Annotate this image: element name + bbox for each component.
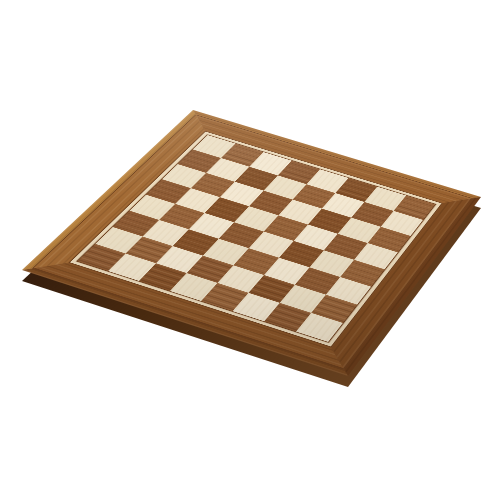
product-photo	[0, 0, 500, 500]
chess-board	[22, 110, 481, 376]
